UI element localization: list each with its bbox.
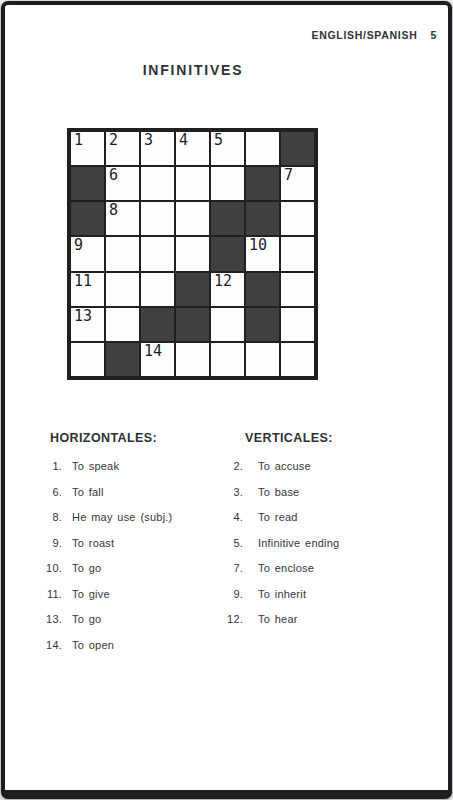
white-cell[interactable]: [280, 272, 315, 307]
clue: 8.He may use (subj.): [28, 510, 172, 524]
white-cell[interactable]: [245, 131, 280, 166]
black-cell: [210, 201, 245, 236]
cell-number: 6: [109, 168, 118, 184]
cell-number: 12: [214, 274, 232, 290]
clue: 7.To enclose: [209, 561, 339, 575]
white-cell[interactable]: [175, 342, 210, 377]
clue-number: 1.: [28, 459, 62, 473]
across-heading: HORIZONTALES:: [50, 432, 172, 445]
clue: 5.Infinitive ending: [209, 536, 339, 550]
clue: 12.To hear: [209, 612, 339, 626]
white-cell[interactable]: [210, 166, 245, 201]
white-cell[interactable]: 10: [245, 236, 280, 271]
clue-text: To enclose: [258, 561, 314, 575]
white-cell[interactable]: [105, 307, 140, 342]
white-cell[interactable]: 3: [140, 131, 175, 166]
clue-number: 6.: [28, 485, 62, 499]
white-cell[interactable]: [175, 236, 210, 271]
across-clues-section: HORIZONTALES: 1.To speak6.To fall8.He ma…: [28, 432, 172, 663]
page-number: 5: [430, 29, 437, 41]
clue: 4.To read: [209, 510, 339, 524]
clue: 2.To accuse: [209, 459, 339, 473]
clue-number: 14.: [28, 638, 62, 652]
page-header: ENGLISH/SPANISH 5: [311, 29, 437, 41]
white-cell[interactable]: 9: [70, 236, 105, 271]
white-cell[interactable]: [280, 307, 315, 342]
clue-text: To speak: [72, 459, 119, 473]
clue-number: 7.: [209, 561, 243, 575]
clue: 13.To go: [28, 612, 172, 626]
white-cell[interactable]: [140, 272, 175, 307]
cell-number: 5: [214, 133, 223, 149]
clue: 6.To fall: [28, 485, 172, 499]
black-cell: [210, 236, 245, 271]
white-cell[interactable]: [210, 307, 245, 342]
down-clue-list: 2.To accuse3.To base4.To read5.Infinitiv…: [209, 459, 339, 626]
black-cell: [70, 201, 105, 236]
clue-text: To read: [258, 510, 298, 524]
clue-number: 12.: [209, 612, 243, 626]
clue-text: To accuse: [258, 459, 311, 473]
cell-number: 4: [179, 133, 188, 149]
cell-number: 10: [249, 238, 267, 254]
white-cell[interactable]: 6: [105, 166, 140, 201]
white-cell[interactable]: [175, 201, 210, 236]
white-cell[interactable]: 5: [210, 131, 245, 166]
clue-number: 2.: [209, 459, 243, 473]
white-cell[interactable]: 11: [70, 272, 105, 307]
down-heading: VERTICALES:: [245, 432, 339, 445]
black-cell: [280, 131, 315, 166]
clue-text: To fall: [72, 485, 104, 499]
cell-number: 1: [74, 133, 83, 149]
cell-number: 2: [109, 133, 118, 149]
cell-number: 8: [109, 203, 118, 219]
clue-text: To go: [72, 612, 101, 626]
white-cell[interactable]: 12: [210, 272, 245, 307]
clue-number: 4.: [209, 510, 243, 524]
black-cell: [175, 272, 210, 307]
cell-number: 13: [74, 309, 92, 325]
white-cell[interactable]: [175, 166, 210, 201]
header-title: ENGLISH/SPANISH: [311, 29, 417, 41]
clue-text: To inherit: [258, 587, 306, 601]
clue-text: To open: [72, 638, 114, 652]
clue-text: To roast: [72, 536, 114, 550]
clue-text: To give: [72, 587, 110, 601]
white-cell[interactable]: 7: [280, 166, 315, 201]
clue-number: 3.: [209, 485, 243, 499]
clue: 11.To give: [28, 587, 172, 601]
clue-text: He may use (subj.): [72, 510, 172, 524]
clue: 9.To inherit: [209, 587, 339, 601]
white-cell[interactable]: 4: [175, 131, 210, 166]
clue-text: To base: [258, 485, 299, 499]
clue-number: 11.: [28, 587, 62, 601]
clue: 1.To speak: [28, 459, 172, 473]
clue: 3.To base: [209, 485, 339, 499]
black-cell: [105, 342, 140, 377]
scanned-page: ENGLISH/SPANISH 5 INFINITIVES 1234567891…: [1, 1, 452, 799]
white-cell[interactable]: [105, 272, 140, 307]
white-cell[interactable]: [280, 342, 315, 377]
clue-number: 9.: [28, 536, 62, 550]
clue-number: 5.: [209, 536, 243, 550]
white-cell[interactable]: [140, 201, 175, 236]
black-cell: [140, 307, 175, 342]
down-clues-section: VERTICALES: 2.To accuse3.To base4.To rea…: [209, 432, 339, 638]
clue-number: 10.: [28, 561, 62, 575]
cell-number: 14: [144, 344, 162, 360]
cell-number: 3: [144, 133, 153, 149]
white-cell[interactable]: 13: [70, 307, 105, 342]
black-cell: [245, 307, 280, 342]
clue-text: To hear: [258, 612, 298, 626]
white-cell[interactable]: [245, 342, 280, 377]
white-cell[interactable]: [280, 236, 315, 271]
clue-number: 8.: [28, 510, 62, 524]
white-cell[interactable]: [210, 342, 245, 377]
clue: 10.To go: [28, 561, 172, 575]
crossword-grid: 1234567891011121314: [67, 128, 318, 380]
clue-number: 13.: [28, 612, 62, 626]
black-cell: [175, 307, 210, 342]
puzzle-title: INFINITIVES: [5, 62, 381, 78]
across-clue-list: 1.To speak6.To fall8.He may use (subj.)9…: [28, 459, 172, 652]
white-cell[interactable]: [105, 236, 140, 271]
cell-number: 7: [284, 168, 293, 184]
clue: 14.To open: [28, 638, 172, 652]
clue-text: To go: [72, 561, 101, 575]
white-cell[interactable]: [70, 342, 105, 377]
black-cell: [245, 272, 280, 307]
black-cell: [70, 166, 105, 201]
white-cell[interactable]: [140, 166, 175, 201]
clue-text: Infinitive ending: [258, 536, 339, 550]
white-cell[interactable]: [140, 236, 175, 271]
black-cell: [245, 166, 280, 201]
cell-number: 9: [74, 238, 83, 254]
clue-number: 9.: [209, 587, 243, 601]
black-cell: [245, 201, 280, 236]
white-cell[interactable]: 2: [105, 131, 140, 166]
white-cell[interactable]: [280, 201, 315, 236]
white-cell[interactable]: 8: [105, 201, 140, 236]
cell-number: 11: [74, 274, 92, 290]
clue: 9.To roast: [28, 536, 172, 550]
white-cell[interactable]: 1: [70, 131, 105, 166]
white-cell[interactable]: 14: [140, 342, 175, 377]
